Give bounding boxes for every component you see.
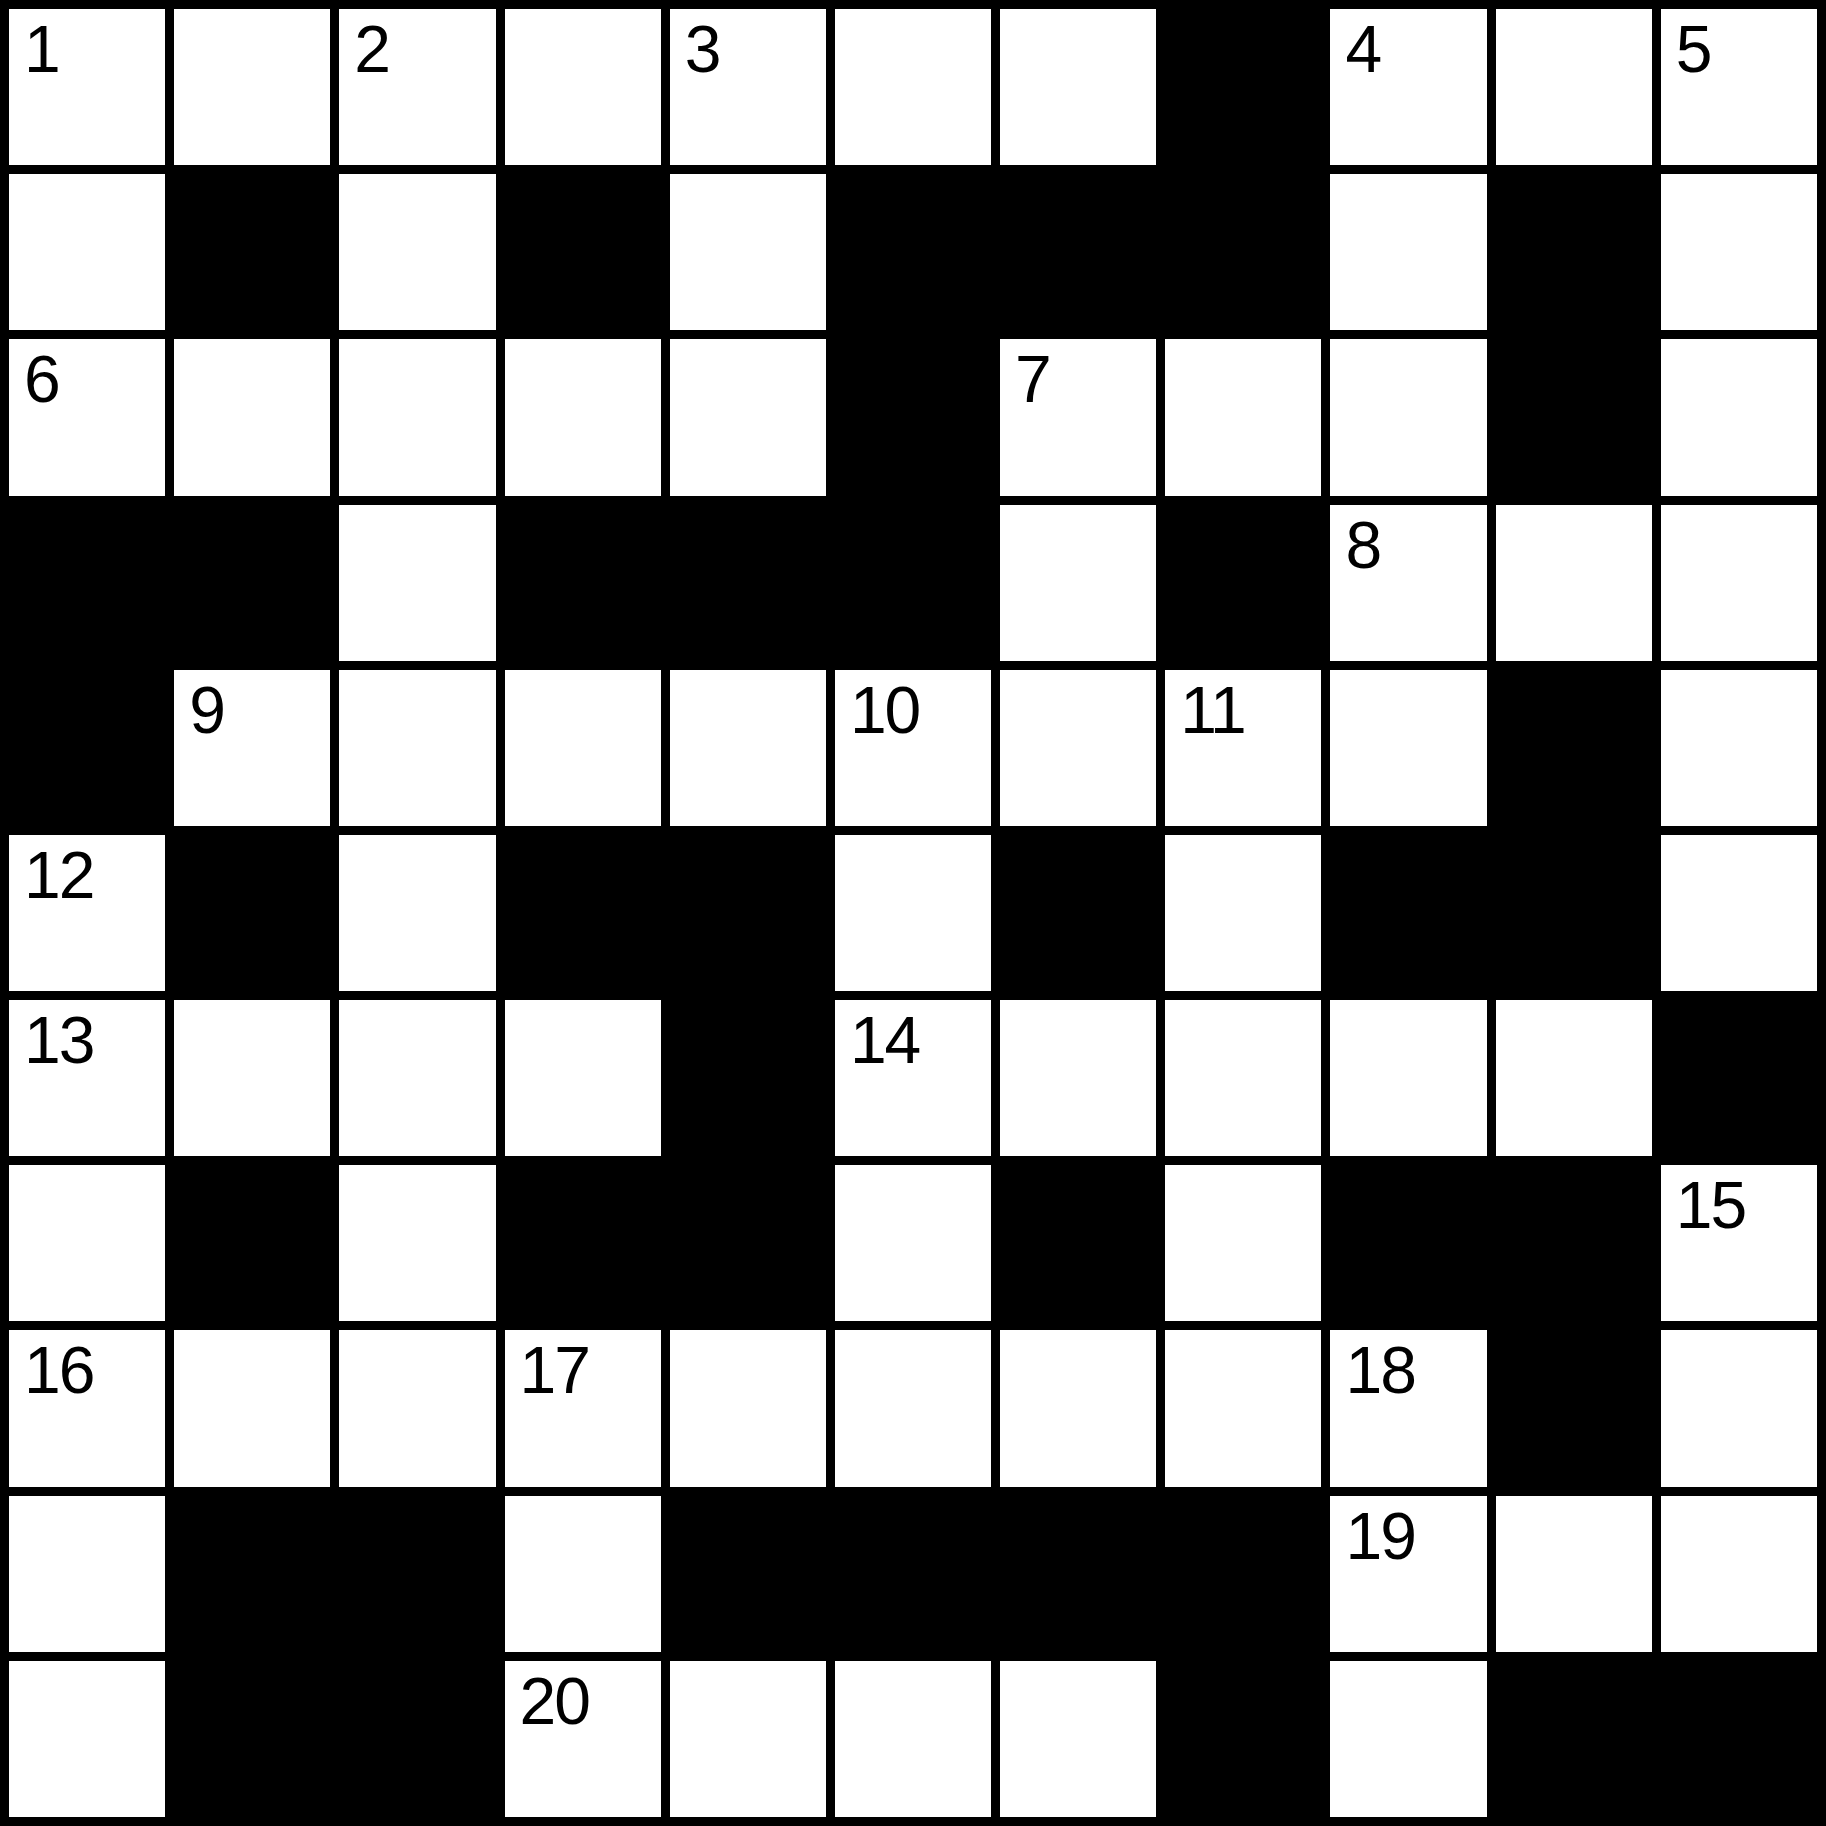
cell-r10c4[interactable] [505,1496,661,1652]
cell-r3c5[interactable] [670,339,826,495]
cell-r1c3[interactable]: 2 [339,9,495,165]
cell-r10c1[interactable] [9,1496,165,1652]
block-cell-r11c2 [174,1661,330,1817]
clue-number-3: 3 [685,15,720,84]
block-cell-r9c10 [1496,1330,1652,1486]
cell-r4c7[interactable] [1000,505,1156,661]
clue-number-18: 18 [1345,1336,1414,1405]
clue-number-4: 4 [1345,15,1380,84]
block-cell-r8c4 [505,1165,661,1321]
block-cell-r11c10 [1496,1661,1652,1817]
clue-number-12: 12 [24,841,93,910]
cell-r5c8[interactable]: 11 [1165,670,1321,826]
cell-r1c5[interactable]: 3 [670,9,826,165]
clue-number-13: 13 [24,1006,93,1075]
clue-number-15: 15 [1676,1171,1745,1240]
block-cell-r8c7 [1000,1165,1156,1321]
cell-r11c9[interactable] [1330,1661,1486,1817]
block-cell-r10c7 [1000,1496,1156,1652]
cell-r8c1[interactable] [9,1165,165,1321]
block-cell-r6c7 [1000,835,1156,991]
block-cell-r6c9 [1330,835,1486,991]
cell-r9c7[interactable] [1000,1330,1156,1486]
cell-r6c11[interactable] [1661,835,1817,991]
block-cell-r10c8 [1165,1496,1321,1652]
cell-r3c11[interactable] [1661,339,1817,495]
cell-r8c3[interactable] [339,1165,495,1321]
cell-r1c9[interactable]: 4 [1330,9,1486,165]
clue-number-7: 7 [1015,345,1050,414]
block-cell-r6c2 [174,835,330,991]
block-cell-r6c4 [505,835,661,991]
cell-r11c4[interactable]: 20 [505,1661,661,1817]
cell-r7c7[interactable] [1000,1000,1156,1156]
cell-r9c1[interactable]: 16 [9,1330,165,1486]
clue-number-6: 6 [24,345,59,414]
block-cell-r4c1 [9,505,165,661]
crossword-board: 1234567891011121314151617181920 [0,0,1826,1826]
cell-r7c10[interactable] [1496,1000,1652,1156]
cell-r2c11[interactable] [1661,174,1817,330]
cell-r8c8[interactable] [1165,1165,1321,1321]
clue-number-17: 17 [520,1336,589,1405]
cell-r1c4[interactable] [505,9,661,165]
cell-r9c5[interactable] [670,1330,826,1486]
cell-r5c4[interactable] [505,670,661,826]
cell-r6c6[interactable] [835,835,991,991]
cell-r9c4[interactable]: 17 [505,1330,661,1486]
cell-r1c11[interactable]: 5 [1661,9,1817,165]
block-cell-r11c3 [339,1661,495,1817]
block-cell-r2c4 [505,174,661,330]
cell-r4c10[interactable] [1496,505,1652,661]
cell-r10c11[interactable] [1661,1496,1817,1652]
block-cell-r4c4 [505,505,661,661]
block-cell-r10c2 [174,1496,330,1652]
clue-number-9: 9 [189,676,224,745]
cell-r7c3[interactable] [339,1000,495,1156]
block-cell-r4c8 [1165,505,1321,661]
block-cell-r10c3 [339,1496,495,1652]
cell-r1c7[interactable] [1000,9,1156,165]
cell-r2c9[interactable] [1330,174,1486,330]
cell-r10c9[interactable]: 19 [1330,1496,1486,1652]
cell-r5c11[interactable] [1661,670,1817,826]
cell-r3c8[interactable] [1165,339,1321,495]
clue-number-2: 2 [354,15,389,84]
clue-number-20: 20 [520,1667,589,1736]
clue-number-8: 8 [1345,511,1380,580]
cell-r7c2[interactable] [174,1000,330,1156]
block-cell-r2c2 [174,174,330,330]
cell-r7c1[interactable]: 13 [9,1000,165,1156]
cell-r1c1[interactable]: 1 [9,9,165,165]
block-cell-r6c5 [670,835,826,991]
cell-r5c7[interactable] [1000,670,1156,826]
cell-r3c1[interactable]: 6 [9,339,165,495]
block-cell-r5c1 [9,670,165,826]
cell-r10c10[interactable] [1496,1496,1652,1652]
clue-number-16: 16 [24,1336,93,1405]
cell-r3c4[interactable] [505,339,661,495]
cell-r8c6[interactable] [835,1165,991,1321]
cell-r5c9[interactable] [1330,670,1486,826]
block-cell-r4c6 [835,505,991,661]
cell-r7c6[interactable]: 14 [835,1000,991,1156]
cell-r11c6[interactable] [835,1661,991,1817]
block-cell-r2c8 [1165,174,1321,330]
cell-r11c1[interactable] [9,1661,165,1817]
block-cell-r8c9 [1330,1165,1486,1321]
cell-r9c6[interactable] [835,1330,991,1486]
cell-r9c8[interactable] [1165,1330,1321,1486]
clue-number-19: 19 [1345,1502,1414,1571]
block-cell-r2c6 [835,174,991,330]
cell-r5c3[interactable] [339,670,495,826]
block-cell-r7c5 [670,1000,826,1156]
cell-r1c6[interactable] [835,9,991,165]
cell-r9c3[interactable] [339,1330,495,1486]
block-cell-r8c10 [1496,1165,1652,1321]
block-cell-r1c8 [1165,9,1321,165]
cell-r9c2[interactable] [174,1330,330,1486]
cell-r4c11[interactable] [1661,505,1817,661]
block-cell-r11c8 [1165,1661,1321,1817]
cell-r9c9[interactable]: 18 [1330,1330,1486,1486]
block-cell-r6c10 [1496,835,1652,991]
cell-r6c8[interactable] [1165,835,1321,991]
block-cell-r4c2 [174,505,330,661]
cell-r11c5[interactable] [670,1661,826,1817]
clue-number-11: 11 [1180,676,1245,745]
cell-r5c6[interactable]: 10 [835,670,991,826]
cell-r5c2[interactable]: 9 [174,670,330,826]
clue-number-5: 5 [1676,15,1711,84]
cell-r6c3[interactable] [339,835,495,991]
cell-r4c9[interactable]: 8 [1330,505,1486,661]
block-cell-r3c6 [835,339,991,495]
cell-r7c8[interactable] [1165,1000,1321,1156]
cell-r8c11[interactable]: 15 [1661,1165,1817,1321]
cell-r3c9[interactable] [1330,339,1486,495]
cell-r7c4[interactable] [505,1000,661,1156]
cell-r3c3[interactable] [339,339,495,495]
block-cell-r10c6 [835,1496,991,1652]
block-cell-r3c10 [1496,339,1652,495]
block-cell-r2c7 [1000,174,1156,330]
cell-r6c1[interactable]: 12 [9,835,165,991]
cell-r9c11[interactable] [1661,1330,1817,1486]
clue-number-1: 1 [24,15,59,84]
cell-r2c5[interactable] [670,174,826,330]
block-cell-r8c5 [670,1165,826,1321]
block-cell-r5c10 [1496,670,1652,826]
cell-r3c7[interactable]: 7 [1000,339,1156,495]
cell-r2c3[interactable] [339,174,495,330]
block-cell-r4c5 [670,505,826,661]
block-cell-r2c10 [1496,174,1652,330]
cell-r3c2[interactable] [174,339,330,495]
cell-r1c10[interactable] [1496,9,1652,165]
cell-r11c7[interactable] [1000,1661,1156,1817]
block-cell-r7c11 [1661,1000,1817,1156]
cell-r1c2[interactable] [174,9,330,165]
cell-r4c3[interactable] [339,505,495,661]
clue-number-14: 14 [850,1006,919,1075]
clue-number-10: 10 [850,676,919,745]
block-cell-r10c5 [670,1496,826,1652]
cell-r5c5[interactable] [670,670,826,826]
cell-r2c1[interactable] [9,174,165,330]
cell-r7c9[interactable] [1330,1000,1486,1156]
block-cell-r11c11 [1661,1661,1817,1817]
block-cell-r8c2 [174,1165,330,1321]
